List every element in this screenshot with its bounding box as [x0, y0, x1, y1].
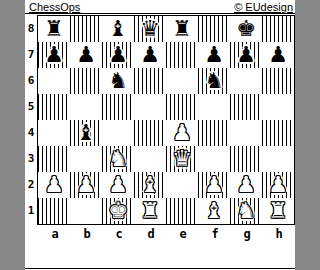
file-labels-row: abcdefgh: [39, 227, 295, 241]
file-label-b: b: [71, 227, 103, 241]
eudesign-credit-link[interactable]: © EUdesign: [234, 2, 293, 13]
black-pawn-a7: ♟: [44, 42, 64, 68]
black-pawn-c7: ♟: [108, 42, 128, 68]
white-king-c1: ♚: [108, 198, 128, 224]
file-label-g: g: [231, 227, 263, 241]
file-label-f: f: [199, 227, 231, 241]
square-a5: [38, 94, 70, 120]
square-c6: ♞: [102, 68, 134, 94]
square-d7: ♟: [134, 42, 166, 68]
white-pawn-b2: ♟: [76, 172, 96, 198]
white-pawn-c2: ♟: [108, 172, 128, 198]
square-h1: ♜: [262, 198, 294, 224]
square-h4: [262, 120, 294, 146]
square-g3: [230, 146, 262, 172]
square-h6: [262, 68, 294, 94]
black-bishop-b4: ♝: [76, 120, 96, 146]
rank-label-7: 7: [25, 41, 37, 67]
white-rook-h1: ♜: [268, 198, 288, 224]
square-e4: ♟: [166, 120, 198, 146]
square-f3: [198, 146, 230, 172]
square-b4: ♝: [70, 120, 102, 146]
square-a1: [38, 198, 70, 224]
white-knight-g1: ♞: [236, 198, 256, 224]
black-rook-e8: ♜: [172, 16, 192, 42]
file-label-c: c: [103, 227, 135, 241]
black-king-g8: ♚: [236, 16, 256, 42]
rank-label-4: 4: [25, 119, 37, 145]
square-c2: ♟: [102, 172, 134, 198]
black-pawn-d7: ♟: [140, 42, 160, 68]
square-d1: ♜: [134, 198, 166, 224]
white-pawn-g2: ♟: [236, 172, 256, 198]
chessops-home-link[interactable]: ChessOps: [29, 2, 80, 13]
rank-label-8: 8: [25, 15, 37, 41]
square-c3: ♞: [102, 146, 134, 172]
black-pawn-f7: ♟: [204, 42, 224, 68]
white-bishop-d2: ♝: [140, 172, 160, 198]
black-pawn-g7: ♟: [236, 42, 256, 68]
square-b6: [70, 68, 102, 94]
white-pawn-f2: ♟: [204, 172, 224, 198]
chess-board: ♜♝♛♜♚♟♟♟♟♟♟♟♞♞♝♟♞♛♟♟♟♝♟♟♟♚♜♝♞♜: [37, 15, 295, 225]
square-g6: [230, 68, 262, 94]
white-queen-e3: ♛: [172, 146, 192, 172]
square-d2: ♝: [134, 172, 166, 198]
square-h3: [262, 146, 294, 172]
square-e1: [166, 198, 198, 224]
white-rook-d1: ♜: [140, 198, 160, 224]
square-e3: ♛: [166, 146, 198, 172]
square-b5: [70, 94, 102, 120]
square-e7: [166, 42, 198, 68]
white-pawn-a2: ♟: [44, 172, 64, 198]
rank-label-2: 2: [25, 171, 37, 197]
rank-label-3: 3: [25, 145, 37, 171]
file-label-e: e: [167, 227, 199, 241]
black-queen-d8: ♛: [140, 16, 160, 42]
bottom-rule: [25, 268, 295, 269]
square-b2: ♟: [70, 172, 102, 198]
rank-labels-column: 87654321: [25, 15, 37, 225]
black-pawn-b7: ♟: [76, 42, 96, 68]
square-b1: [70, 198, 102, 224]
square-c4: [102, 120, 134, 146]
square-h7: ♟: [262, 42, 294, 68]
square-f7: ♟: [198, 42, 230, 68]
white-pawn-e4: ♟: [172, 120, 192, 146]
square-d6: [134, 68, 166, 94]
square-f5: [198, 94, 230, 120]
square-h2: ♟: [262, 172, 294, 198]
square-b3: [70, 146, 102, 172]
square-g1: ♞: [230, 198, 262, 224]
square-h5: [262, 94, 294, 120]
square-c1: ♚: [102, 198, 134, 224]
file-label-h: h: [263, 227, 295, 241]
square-d5: [134, 94, 166, 120]
square-d4: [134, 120, 166, 146]
square-f2: ♟: [198, 172, 230, 198]
white-bishop-f1: ♝: [204, 198, 224, 224]
black-knight-c6: ♞: [108, 68, 128, 94]
square-e5: [166, 94, 198, 120]
square-f1: ♝: [198, 198, 230, 224]
black-knight-f6: ♞: [204, 68, 224, 94]
square-a6: [38, 68, 70, 94]
square-e2: [166, 172, 198, 198]
square-g4: [230, 120, 262, 146]
square-c5: [102, 94, 134, 120]
white-pawn-h2: ♟: [268, 172, 288, 198]
board-area: 87654321 ♜♝♛♜♚♟♟♟♟♟♟♟♞♞♝♟♞♛♟♟♟♝♟♟♟♚♜♝♞♜: [25, 15, 295, 225]
square-b7: ♟: [70, 42, 102, 68]
square-a2: ♟: [38, 172, 70, 198]
square-g8: ♚: [230, 16, 262, 42]
rank-label-1: 1: [25, 197, 37, 223]
square-e6: [166, 68, 198, 94]
square-g2: ♟: [230, 172, 262, 198]
square-e8: ♜: [166, 16, 198, 42]
rank-label-5: 5: [25, 93, 37, 119]
square-f6: ♞: [198, 68, 230, 94]
square-d3: [134, 146, 166, 172]
square-a7: ♟: [38, 42, 70, 68]
file-label-a: a: [39, 227, 71, 241]
square-d8: ♛: [134, 16, 166, 42]
white-knight-c3: ♞: [108, 146, 128, 172]
square-a3: [38, 146, 70, 172]
file-label-d: d: [135, 227, 167, 241]
black-pawn-h7: ♟: [268, 42, 288, 68]
black-bishop-c8: ♝: [108, 16, 128, 42]
square-f8: [198, 16, 230, 42]
header: ChessOps © EUdesign: [25, 0, 295, 14]
chessops-diagram-page: ChessOps © EUdesign 87654321 ♜♝♛♜♚♟♟♟♟♟♟…: [25, 0, 295, 270]
square-a8: ♜: [38, 16, 70, 42]
square-c7: ♟: [102, 42, 134, 68]
square-b8: [70, 16, 102, 42]
square-a4: [38, 120, 70, 146]
square-g5: [230, 94, 262, 120]
square-c8: ♝: [102, 16, 134, 42]
square-f4: [198, 120, 230, 146]
square-h8: [262, 16, 294, 42]
square-g7: ♟: [230, 42, 262, 68]
rank-label-6: 6: [25, 67, 37, 93]
black-rook-a8: ♜: [44, 16, 64, 42]
